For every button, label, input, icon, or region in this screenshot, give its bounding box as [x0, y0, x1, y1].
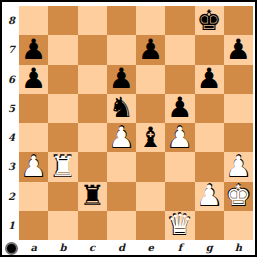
square-f8[interactable]: [165, 6, 194, 35]
piece-white-pawn[interactable]: ♟: [226, 153, 251, 181]
piece-black-bishop[interactable]: ♝: [138, 124, 163, 152]
rank-label-4: 4: [2, 123, 19, 152]
square-h8[interactable]: [224, 6, 253, 35]
rank-labels: 87654321: [2, 6, 19, 240]
piece-white-pawn[interactable]: ♟: [109, 124, 134, 152]
chess-diagram: ♚♟♟♟♟♟♟♞♟♟♟♝♟♟♟♟♜♜♟♟♜♟♟♚♚♛♛ 87654321 abc…: [0, 0, 257, 257]
square-b2[interactable]: [48, 182, 77, 211]
square-a8[interactable]: [19, 6, 48, 35]
square-d3[interactable]: [107, 152, 136, 181]
square-g2[interactable]: ♟♟: [195, 182, 224, 211]
square-g4[interactable]: [195, 123, 224, 152]
rank-label-8: 8: [2, 6, 19, 35]
square-e1[interactable]: [136, 211, 165, 240]
piece-black-pawn[interactable]: ♟: [226, 36, 251, 64]
square-c5[interactable]: [78, 94, 107, 123]
square-c8[interactable]: [78, 6, 107, 35]
square-a7[interactable]: ♟: [19, 35, 48, 64]
piece-black-pawn[interactable]: ♟: [21, 65, 46, 93]
square-c7[interactable]: [78, 35, 107, 64]
piece-white-pawn[interactable]: ♟: [21, 153, 46, 181]
rank-label-7: 7: [2, 35, 19, 64]
square-d7[interactable]: [107, 35, 136, 64]
square-e3[interactable]: [136, 152, 165, 181]
rank-label-2: 2: [2, 182, 19, 211]
rank-label-1: 1: [2, 211, 19, 240]
square-d4[interactable]: ♟♟: [107, 123, 136, 152]
square-a6[interactable]: ♟: [19, 65, 48, 94]
square-d1[interactable]: [107, 211, 136, 240]
square-f5[interactable]: ♟: [165, 94, 194, 123]
square-f1[interactable]: ♛♛: [165, 211, 194, 240]
file-labels: abcdefgh: [19, 240, 253, 255]
file-label-e: e: [136, 240, 165, 255]
piece-black-pawn[interactable]: ♟: [109, 65, 134, 93]
square-d8[interactable]: [107, 6, 136, 35]
square-h6[interactable]: [224, 65, 253, 94]
square-g5[interactable]: [195, 94, 224, 123]
rank-label-5: 5: [2, 94, 19, 123]
square-h5[interactable]: [224, 94, 253, 123]
piece-white-rook[interactable]: ♜: [50, 153, 75, 181]
piece-black-pawn[interactable]: ♟: [138, 36, 163, 64]
piece-black-knight[interactable]: ♞: [109, 94, 134, 122]
square-a3[interactable]: ♟♟: [19, 152, 48, 181]
square-h2[interactable]: ♚♚: [224, 182, 253, 211]
square-a5[interactable]: [19, 94, 48, 123]
file-label-d: d: [107, 240, 136, 255]
rank-label-3: 3: [2, 152, 19, 181]
file-label-g: g: [195, 240, 224, 255]
square-b5[interactable]: [48, 94, 77, 123]
square-b3[interactable]: ♜♜: [48, 152, 77, 181]
square-a2[interactable]: [19, 182, 48, 211]
chess-board: ♚♟♟♟♟♟♟♞♟♟♟♝♟♟♟♟♜♜♟♟♜♟♟♚♚♛♛: [19, 6, 253, 240]
square-e2[interactable]: [136, 182, 165, 211]
square-e5[interactable]: [136, 94, 165, 123]
square-a1[interactable]: [19, 211, 48, 240]
piece-white-pawn[interactable]: ♟: [197, 182, 222, 210]
square-d5[interactable]: ♞: [107, 94, 136, 123]
square-g1[interactable]: [195, 211, 224, 240]
piece-white-pawn[interactable]: ♟: [167, 124, 192, 152]
square-b1[interactable]: [48, 211, 77, 240]
square-f6[interactable]: [165, 65, 194, 94]
diagram-inner: ♚♟♟♟♟♟♟♞♟♟♟♝♟♟♟♟♜♜♟♟♜♟♟♚♚♛♛ 87654321 abc…: [2, 2, 255, 255]
square-h1[interactable]: [224, 211, 253, 240]
square-b7[interactable]: [48, 35, 77, 64]
file-label-b: b: [48, 240, 77, 255]
square-e7[interactable]: ♟: [136, 35, 165, 64]
side-to-move-indicator: [5, 242, 18, 255]
square-d6[interactable]: ♟: [107, 65, 136, 94]
piece-black-rook[interactable]: ♜: [80, 182, 105, 210]
square-e8[interactable]: [136, 6, 165, 35]
square-c1[interactable]: [78, 211, 107, 240]
piece-black-pawn[interactable]: ♟: [197, 65, 222, 93]
square-c2[interactable]: ♜: [78, 182, 107, 211]
square-h3[interactable]: ♟♟: [224, 152, 253, 181]
square-e6[interactable]: [136, 65, 165, 94]
square-b6[interactable]: [48, 65, 77, 94]
square-f4[interactable]: ♟♟: [165, 123, 194, 152]
square-b8[interactable]: [48, 6, 77, 35]
square-d2[interactable]: [107, 182, 136, 211]
square-f7[interactable]: [165, 35, 194, 64]
piece-black-pawn[interactable]: ♟: [21, 36, 46, 64]
file-label-h: h: [224, 240, 253, 255]
square-e4[interactable]: ♝: [136, 123, 165, 152]
file-label-a: a: [19, 240, 48, 255]
square-f3[interactable]: [165, 152, 194, 181]
square-c3[interactable]: [78, 152, 107, 181]
piece-black-pawn[interactable]: ♟: [167, 94, 192, 122]
piece-white-king[interactable]: ♚: [226, 182, 251, 210]
piece-white-queen[interactable]: ♛: [167, 211, 192, 239]
file-label-c: c: [78, 240, 107, 255]
square-g6[interactable]: ♟: [195, 65, 224, 94]
square-c4[interactable]: [78, 123, 107, 152]
square-g7[interactable]: [195, 35, 224, 64]
rank-label-6: 6: [2, 65, 19, 94]
square-g8[interactable]: ♚: [195, 6, 224, 35]
square-c6[interactable]: [78, 65, 107, 94]
piece-black-king[interactable]: ♚: [197, 7, 222, 35]
square-h7[interactable]: ♟: [224, 35, 253, 64]
